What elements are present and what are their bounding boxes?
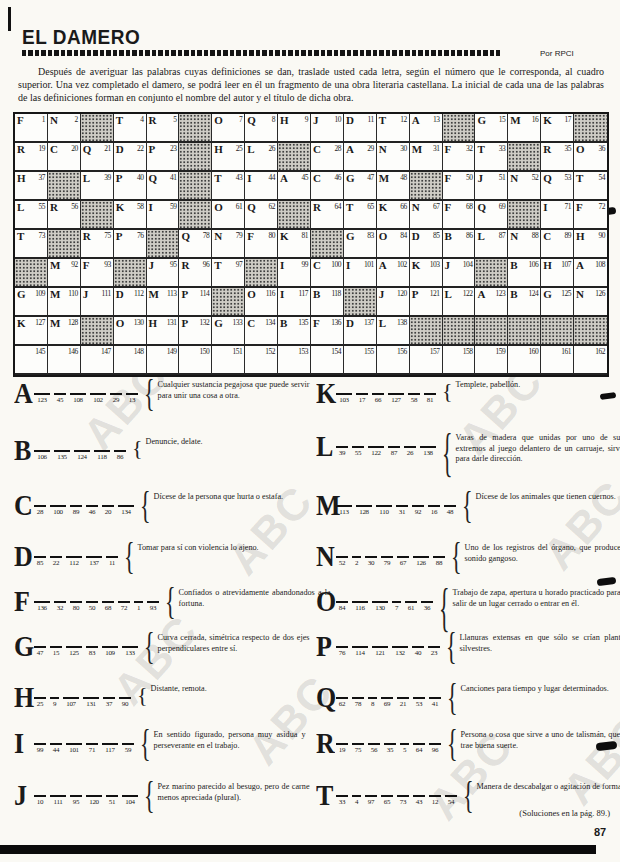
grid-cell[interactable]: 30N xyxy=(377,143,410,172)
letter-slot[interactable]: 88 xyxy=(433,556,445,567)
grid-cell[interactable]: 41Q xyxy=(147,172,180,201)
letter-slot[interactable]: 2 xyxy=(352,556,361,567)
grid-cell-blocked xyxy=(475,259,508,288)
letter-slot[interactable]: 28 xyxy=(34,505,46,516)
grid-cell[interactable]: 128M xyxy=(48,317,81,346)
cell-number: 33 xyxy=(499,145,506,153)
cell-letter: Q xyxy=(149,173,158,184)
cell-letter: G xyxy=(214,318,223,329)
grid-cell[interactable]: 137D xyxy=(344,317,377,346)
grid-cell-blocked xyxy=(278,201,311,230)
letter-slot[interactable]: 104 xyxy=(122,795,138,806)
grid-cell[interactable]: 138L xyxy=(377,317,410,346)
letter-slot[interactable]: 101 xyxy=(66,743,82,754)
slot-number: 39 xyxy=(339,450,345,457)
grid-cell[interactable]: 147 xyxy=(81,346,114,375)
cell-letter: F xyxy=(83,260,90,271)
grid-cell[interactable]: 33T xyxy=(475,143,508,172)
slot-number: 16 xyxy=(431,509,437,516)
blank-dash xyxy=(372,393,384,395)
grid-cell[interactable]: 121P xyxy=(410,288,443,317)
cell-number: 76 xyxy=(137,232,144,240)
slot-number: 62 xyxy=(339,701,345,708)
grid-cell[interactable]: 58K xyxy=(114,201,147,230)
letter-slot[interactable]: 128 xyxy=(356,505,372,516)
cell-number: 137 xyxy=(364,319,374,327)
grid-cell[interactable]: 51J xyxy=(475,172,508,201)
letter-slot[interactable]: 39 xyxy=(336,446,348,457)
grid-cell[interactable]: 65T xyxy=(344,201,377,230)
grid-cell[interactable]: 103K xyxy=(410,259,443,288)
grid-cell-blocked xyxy=(508,143,541,172)
letter-slot[interactable]: 37 xyxy=(103,697,115,708)
letter-slot[interactable]: 8 xyxy=(368,697,377,708)
grid-cell[interactable]: 117I xyxy=(278,288,311,317)
grid-cell[interactable]: 78Q xyxy=(179,230,212,259)
letter-slot[interactable]: 110 xyxy=(376,505,392,516)
letter-slot[interactable]: 35 xyxy=(384,743,396,754)
cell-letter: T xyxy=(379,115,386,126)
letter-slot[interactable]: 87 xyxy=(388,446,400,457)
grid-cell[interactable]: 133G xyxy=(212,317,245,346)
grid-cell[interactable]: 148 xyxy=(114,346,147,375)
letter-slot[interactable]: 22 xyxy=(50,556,62,567)
letter-slot[interactable]: 126 xyxy=(413,556,429,567)
grid-cell[interactable]: 153 xyxy=(278,346,311,375)
letter-slot[interactable]: 5 xyxy=(400,743,409,754)
cell-letter: L xyxy=(445,289,452,300)
cell-number: 72 xyxy=(599,203,606,211)
letter-slot[interactable]: 54 xyxy=(445,795,457,806)
letter-slot[interactable]: 78 xyxy=(352,697,364,708)
grid-cell[interactable]: 107H xyxy=(541,259,574,288)
grid-cell[interactable]: 126N xyxy=(574,288,607,317)
letter-slot[interactable]: 56 xyxy=(368,743,380,754)
letter-slot[interactable]: 32 xyxy=(54,601,66,612)
definition-K: K10317661275881{Templete, pabellón. xyxy=(316,380,620,404)
cell-number: 35 xyxy=(565,145,572,153)
grid-cell[interactable]: 4T xyxy=(114,114,147,143)
grid-cell[interactable]: 154 xyxy=(311,346,344,375)
letter-slot[interactable]: 133 xyxy=(122,646,138,657)
blank-dash xyxy=(122,646,138,648)
letter-slot[interactable]: 29 xyxy=(110,393,122,404)
letter-slot[interactable]: 112 xyxy=(66,556,82,567)
grid-cell[interactable]: 112D xyxy=(114,288,147,317)
blank-dash xyxy=(90,393,106,395)
letter-slot[interactable]: 25 xyxy=(34,697,46,708)
blank-dash xyxy=(396,505,408,507)
slot-number: 92 xyxy=(415,509,421,516)
grid-cell[interactable]: 61O xyxy=(212,201,245,230)
cell-number: 29 xyxy=(367,145,374,153)
grid-cell[interactable]: 75R xyxy=(81,230,114,259)
letter-slot[interactable]: 1 xyxy=(134,601,143,612)
letter-slot[interactable]: 84 xyxy=(336,601,348,612)
letter-slot[interactable]: 124 xyxy=(74,450,90,461)
grid-cell[interactable]: 95J xyxy=(147,259,180,288)
grid-cell[interactable]: 16M xyxy=(508,114,541,143)
grid-cell[interactable]: 54T xyxy=(574,172,607,201)
grid-cell[interactable]: 149 xyxy=(147,346,180,375)
letter-slot[interactable]: 55 xyxy=(352,446,364,457)
grid-cell[interactable]: 150 xyxy=(179,346,212,375)
letter-slot[interactable]: 138 xyxy=(420,446,436,457)
grid-cell[interactable]: 89C xyxy=(541,230,574,259)
grid-cell[interactable]: 43T xyxy=(212,172,245,201)
grid-cell[interactable]: 7O xyxy=(212,114,245,143)
letter-slot[interactable]: 99 xyxy=(34,743,46,754)
grid-cell[interactable]: 81K xyxy=(278,230,311,259)
letter-slot[interactable]: 117 xyxy=(102,743,118,754)
grid-cell[interactable]: 8Q xyxy=(245,114,278,143)
letter-slot[interactable]: 23 xyxy=(428,646,440,657)
grid-cell[interactable]: 90H xyxy=(574,230,607,259)
letter-slot[interactable]: 17 xyxy=(356,393,368,404)
grid-cell[interactable]: 136F xyxy=(311,317,344,346)
grid-cell[interactable]: 59I xyxy=(147,201,180,230)
grid-cell[interactable]: 73T xyxy=(15,230,48,259)
letter-slot[interactable]: 93 xyxy=(147,601,159,612)
grid-cell[interactable]: 100C xyxy=(311,259,344,288)
blank-dash xyxy=(86,743,98,745)
cell-number: 128 xyxy=(68,319,78,327)
grid-cell[interactable]: 67N xyxy=(410,201,443,230)
letter-slot[interactable]: 96 xyxy=(429,743,441,754)
grid-cell[interactable]: 108A xyxy=(574,259,607,288)
grid-cell[interactable]: 120J xyxy=(377,288,410,317)
letter-slot[interactable]: 72 xyxy=(118,601,130,612)
letter-slot[interactable]: 118 xyxy=(94,450,110,461)
blank-dash xyxy=(336,601,348,603)
grid-cell[interactable]: 84O xyxy=(377,230,410,259)
letter-slot[interactable]: 13 xyxy=(126,393,138,404)
grid-cell[interactable]: 104J xyxy=(443,259,476,288)
letter-slot[interactable]: 62 xyxy=(336,697,348,708)
letter-slot[interactable]: 66 xyxy=(372,393,384,404)
letter-slot[interactable]: 71 xyxy=(86,743,98,754)
grid-cell[interactable]: 130O xyxy=(114,317,147,346)
letter-slot[interactable]: 59 xyxy=(122,743,134,754)
blank-dash xyxy=(388,446,400,448)
letter-slot[interactable]: 81 xyxy=(424,393,436,404)
definition-text: Manera de descabalgar o agitación de for… xyxy=(477,782,620,793)
grid-cell[interactable]: 159 xyxy=(475,346,508,375)
letter-slot[interactable]: 102 xyxy=(90,393,106,404)
letter-slot[interactable]: 16 xyxy=(428,505,440,516)
grid-cell[interactable]: 83G xyxy=(344,230,377,259)
letter-slot[interactable]: 76 xyxy=(336,646,348,657)
grid-cell[interactable]: 50F xyxy=(443,172,476,201)
grid-cell[interactable]: 39L xyxy=(81,172,114,201)
grid-cell[interactable]: 13A xyxy=(410,114,443,143)
grid-cell[interactable]: 23P xyxy=(147,143,180,172)
grid-cell[interactable]: 110M xyxy=(48,288,81,317)
cell-number: 104 xyxy=(463,261,473,269)
grid-cell[interactable]: 47G xyxy=(344,172,377,201)
grid-cell[interactable]: 124B xyxy=(508,288,541,317)
grid-cell[interactable]: 114P xyxy=(179,288,212,317)
letter-slot[interactable]: 86 xyxy=(114,450,126,461)
cell-number: 102 xyxy=(397,261,407,269)
grid-cell[interactable]: 122L xyxy=(443,288,476,317)
grid-cell[interactable]: 109G xyxy=(15,288,48,317)
grid-cell[interactable]: 21Q xyxy=(81,143,114,172)
cell-letter: C xyxy=(313,144,321,155)
letter-slot[interactable]: 11 xyxy=(106,556,118,567)
grid-cell[interactable]: 1F xyxy=(15,114,48,143)
grid-cell[interactable]: 53Q xyxy=(541,172,574,201)
grid-cell[interactable]: 102A xyxy=(377,259,410,288)
grid-cell[interactable]: 146 xyxy=(48,346,81,375)
letter-slot[interactable]: 31 xyxy=(396,505,408,516)
letter-slot[interactable]: 109 xyxy=(102,646,118,657)
grid-cell[interactable]: 11D xyxy=(344,114,377,143)
letter-slot[interactable]: 9 xyxy=(50,697,59,708)
grid-cell[interactable]: 79N xyxy=(212,230,245,259)
blank-dash xyxy=(429,795,441,797)
grid-cell[interactable]: 40P xyxy=(114,172,147,201)
letter-slot[interactable]: 19 xyxy=(336,743,348,754)
definition-text: Distante, remota. xyxy=(151,684,303,695)
letter-slot[interactable]: 123 xyxy=(34,393,50,404)
grid-cell[interactable]: 162 xyxy=(574,346,607,375)
letter-slot[interactable]: 106 xyxy=(34,450,50,461)
grid-cell[interactable]: 135B xyxy=(278,317,311,346)
grid-cell[interactable]: 28C xyxy=(311,143,344,172)
grid-cell[interactable]: 88N xyxy=(508,230,541,259)
grid-cell[interactable]: 125G xyxy=(541,288,574,317)
grid-cell[interactable]: 31M xyxy=(410,143,443,172)
grid-cell[interactable]: 131H xyxy=(147,317,180,346)
grid-cell[interactable]: 123A xyxy=(475,288,508,317)
letter-slot[interactable]: 44 xyxy=(50,743,62,754)
grid-cell[interactable]: 132P xyxy=(179,317,212,346)
grid-cell[interactable]: 101I xyxy=(344,259,377,288)
grid-cell[interactable]: 22D xyxy=(114,143,147,172)
letter-slot[interactable]: 4 xyxy=(352,795,361,806)
grid-cell[interactable]: 116O xyxy=(245,288,278,317)
letter-slot[interactable]: 50 xyxy=(86,601,98,612)
letter-slot[interactable]: 120 xyxy=(86,795,102,806)
grid-cell[interactable]: 29A xyxy=(344,143,377,172)
grid-cell[interactable]: 157 xyxy=(410,346,443,375)
letter-slot[interactable]: 48 xyxy=(444,505,456,516)
letter-slot[interactable]: 125 xyxy=(66,646,82,657)
letter-slot[interactable]: 40 xyxy=(412,646,424,657)
letter-slot[interactable]: 131 xyxy=(83,697,99,708)
cell-number: 130 xyxy=(134,319,144,327)
letter-slot[interactable]: 89 xyxy=(70,505,82,516)
letter-slot[interactable]: 45 xyxy=(54,393,66,404)
cell-number: 146 xyxy=(68,348,78,356)
grid-cell[interactable]: 152 xyxy=(245,346,278,375)
letter-slot[interactable]: 51 xyxy=(106,795,118,806)
grid-cell[interactable]: 87L xyxy=(475,230,508,259)
letter-slot[interactable]: 61 xyxy=(405,601,417,612)
brace-glyph: { xyxy=(144,778,155,815)
letter-slot[interactable]: 52 xyxy=(336,556,348,567)
letter-slot[interactable]: 64 xyxy=(413,743,425,754)
grid-cell[interactable]: 106B xyxy=(508,259,541,288)
grid-cell[interactable]: 9H xyxy=(278,114,311,143)
slot-number: 89 xyxy=(73,509,79,516)
definition-letter: M xyxy=(316,492,336,519)
letter-slot[interactable]: 53 xyxy=(413,697,425,708)
letter-slot[interactable]: 136 xyxy=(34,601,50,612)
cell-number: 108 xyxy=(595,261,605,269)
grid-cell[interactable]: 69Q xyxy=(475,201,508,230)
slot-number: 93 xyxy=(150,605,156,612)
letter-slot[interactable]: 92 xyxy=(412,505,424,516)
grid-cell[interactable]: 35R xyxy=(541,143,574,172)
grid-cell[interactable]: 15G xyxy=(475,114,508,143)
letter-slot[interactable]: 135 xyxy=(54,450,70,461)
letter-slot[interactable]: 68 xyxy=(102,601,114,612)
grid-cell[interactable]: 118B xyxy=(311,288,344,317)
slot-number: 36 xyxy=(424,605,430,612)
grid-cell[interactable]: 37H xyxy=(15,172,48,201)
grid-cell[interactable]: 72F xyxy=(574,201,607,230)
grid-cell[interactable]: 68F xyxy=(443,201,476,230)
letter-slot[interactable]: 114 xyxy=(352,646,368,657)
letter-slot[interactable]: 36 xyxy=(421,601,433,612)
slot-number: 31 xyxy=(399,509,405,516)
letter-slot[interactable]: 127 xyxy=(388,393,404,404)
grid-cell[interactable]: 26L xyxy=(245,143,278,172)
letter-slot[interactable]: 100 xyxy=(50,505,66,516)
grid-cell[interactable]: 25H xyxy=(212,143,245,172)
grid-cell[interactable]: 111J xyxy=(81,288,114,317)
letter-slot[interactable]: 97 xyxy=(365,795,377,806)
grid-cell[interactable]: 97T xyxy=(212,259,245,288)
grid-cell[interactable]: 45A xyxy=(278,172,311,201)
letter-slot[interactable]: 69 xyxy=(381,697,393,708)
letter-slot[interactable]: 134 xyxy=(118,505,134,516)
slot-number: 67 xyxy=(400,560,406,567)
grid-cell[interactable]: 64R xyxy=(311,201,344,230)
letter-slot[interactable]: 20 xyxy=(102,505,114,516)
letter-slot[interactable]: 132 xyxy=(392,646,408,657)
letter-slot[interactable]: 43 xyxy=(413,795,425,806)
grid-cell[interactable]: 62Q xyxy=(245,201,278,230)
letter-slot[interactable]: 67 xyxy=(397,556,409,567)
grid-cell[interactable]: 55L xyxy=(15,201,48,230)
letter-slot[interactable]: 116 xyxy=(352,601,368,612)
letter-slot[interactable]: 108 xyxy=(70,393,86,404)
grid-cell[interactable]: 10J xyxy=(311,114,344,143)
grid-cell[interactable]: 17K xyxy=(541,114,574,143)
grid-cell[interactable]: 52N xyxy=(508,172,541,201)
grid-cell[interactable]: 113M xyxy=(147,288,180,317)
grid-cell[interactable]: 76P xyxy=(114,230,147,259)
letter-slot[interactable]: 41 xyxy=(429,697,441,708)
grid-cell[interactable]: 151 xyxy=(212,346,245,375)
cell-letter: B xyxy=(445,231,452,242)
letter-slot[interactable]: 21 xyxy=(397,697,409,708)
letter-slot[interactable]: 73 xyxy=(397,795,409,806)
letter-slot[interactable]: 47 xyxy=(34,646,46,657)
letter-slot[interactable]: 80 xyxy=(70,601,82,612)
letter-slot[interactable]: 26 xyxy=(404,446,416,457)
grid-cell[interactable]: 93F xyxy=(81,259,114,288)
grid-cell[interactable]: 56R xyxy=(48,201,81,230)
letter-slot[interactable]: 46 xyxy=(86,505,98,516)
grid-cell[interactable]: 127K xyxy=(15,317,48,346)
letter-slot[interactable]: 121 xyxy=(372,646,388,657)
letter-slot[interactable]: 122 xyxy=(368,446,384,457)
grid-cell[interactable]: 32F xyxy=(443,143,476,172)
grid-cell[interactable]: 86B xyxy=(443,230,476,259)
grid-cell[interactable]: 160 xyxy=(508,346,541,375)
letter-slot[interactable]: 12 xyxy=(429,795,441,806)
letter-slot[interactable]: 137 xyxy=(86,556,102,567)
grid-cell[interactable]: 20C xyxy=(48,143,81,172)
grid-cell[interactable]: 158 xyxy=(443,346,476,375)
grid-cell[interactable]: 19R xyxy=(15,143,48,172)
definition-text: En sentido figurado, persona muy asidua … xyxy=(154,730,306,751)
grid-cell[interactable]: 48M xyxy=(377,172,410,201)
letter-slot[interactable]: 103 xyxy=(336,393,352,404)
letter-slot[interactable]: 79 xyxy=(381,556,393,567)
grid-cell[interactable]: 71I xyxy=(541,201,574,230)
grid-cell[interactable]: 156 xyxy=(377,346,410,375)
grid-cell[interactable]: 12T xyxy=(377,114,410,143)
grid-cell[interactable]: 92M xyxy=(48,259,81,288)
cell-letter: H xyxy=(149,318,158,329)
letter-slot[interactable]: 33 xyxy=(336,795,348,806)
grid-cell[interactable]: 2N xyxy=(48,114,81,143)
grid-cell[interactable]: 96R xyxy=(179,259,212,288)
grid-cell[interactable]: 36O xyxy=(574,143,607,172)
letter-slot[interactable]: 30 xyxy=(365,556,377,567)
grid-cell[interactable]: 145 xyxy=(15,346,48,375)
letter-slot[interactable]: 75 xyxy=(352,743,364,754)
grid-cell[interactable]: 134C xyxy=(245,317,278,346)
letter-slot[interactable]: 7 xyxy=(392,601,401,612)
letter-slot[interactable]: 130 xyxy=(372,601,388,612)
grid-cell[interactable]: 161 xyxy=(541,346,574,375)
grid-cell[interactable]: 85D xyxy=(410,230,443,259)
cell-letter: M xyxy=(50,260,60,271)
letter-slot[interactable]: 107 xyxy=(63,697,79,708)
grid-cell[interactable]: 80F xyxy=(245,230,278,259)
letter-slot[interactable]: 15 xyxy=(50,646,62,657)
grid-cell[interactable]: 5R xyxy=(147,114,180,143)
letter-slot[interactable]: 90 xyxy=(119,697,131,708)
letter-slot[interactable]: 95 xyxy=(70,795,82,806)
slot-number: 125 xyxy=(69,650,79,657)
letter-slot[interactable]: 65 xyxy=(381,795,393,806)
grid-cell[interactable]: 99I xyxy=(278,259,311,288)
letter-slot[interactable]: 85 xyxy=(34,556,46,567)
cell-letter: G xyxy=(346,231,355,242)
grid-cell[interactable]: 46C xyxy=(311,172,344,201)
letter-slot[interactable]: 10 xyxy=(34,795,46,806)
letter-slot[interactable]: 83 xyxy=(86,646,98,657)
grid-cell[interactable]: 44I xyxy=(245,172,278,201)
grid-cell-blocked xyxy=(81,201,114,230)
letter-slot[interactable]: 111 xyxy=(50,795,66,806)
cell-number: 32 xyxy=(466,145,473,153)
letter-slot[interactable]: 58 xyxy=(408,393,420,404)
cell-number: 125 xyxy=(561,290,571,298)
grid-cell[interactable]: 66K xyxy=(377,201,410,230)
grid-cell[interactable]: 155 xyxy=(344,346,377,375)
cell-number: 5 xyxy=(173,116,176,124)
blank-dash xyxy=(86,505,98,507)
slot-number: 106 xyxy=(37,454,47,461)
